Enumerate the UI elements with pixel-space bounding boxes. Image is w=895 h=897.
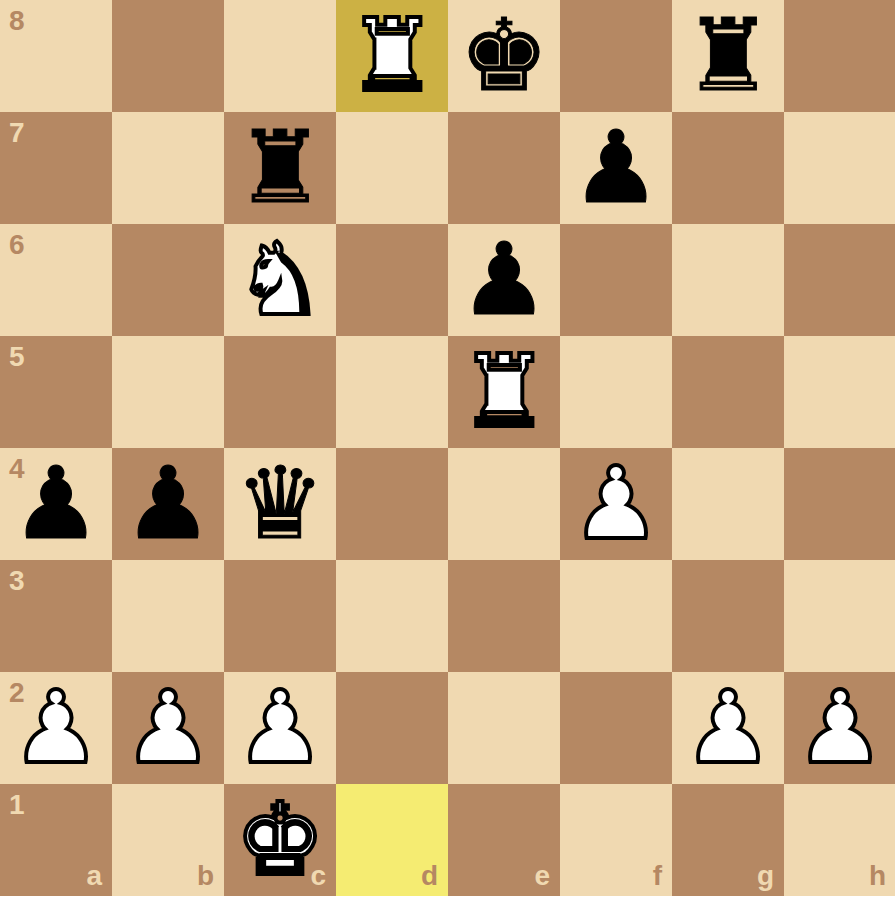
square-f5[interactable] (560, 336, 672, 448)
square-c4[interactable]: ♛ (224, 448, 336, 560)
piece-black-king-e8[interactable]: ♚ (459, 0, 549, 112)
piece-white-rook-d8[interactable]: ♜ (347, 0, 437, 112)
file-label-h: h (869, 862, 886, 890)
square-b3[interactable] (112, 560, 224, 672)
square-g5[interactable] (672, 336, 784, 448)
square-b4[interactable]: ♟ (112, 448, 224, 560)
square-h4[interactable] (784, 448, 895, 560)
square-f8[interactable] (560, 0, 672, 112)
square-h3[interactable] (784, 560, 895, 672)
square-f2[interactable] (560, 672, 672, 784)
square-d6[interactable] (336, 224, 448, 336)
square-e7[interactable] (448, 112, 560, 224)
square-e5[interactable]: ♜ (448, 336, 560, 448)
piece-white-pawn-g2[interactable]: ♟ (683, 672, 773, 784)
square-a6[interactable]: 6 (0, 224, 112, 336)
square-h2[interactable]: ♟ (784, 672, 895, 784)
square-b8[interactable] (112, 0, 224, 112)
square-h6[interactable] (784, 224, 895, 336)
rank-label-3: 3 (9, 567, 25, 595)
file-label-f: f (653, 862, 662, 890)
square-d1[interactable]: d (336, 784, 448, 896)
square-c6[interactable]: ♞ (224, 224, 336, 336)
file-label-e: e (534, 862, 550, 890)
square-c2[interactable]: ♟ (224, 672, 336, 784)
file-label-b: b (197, 862, 214, 890)
file-label-a: a (86, 862, 102, 890)
rank-label-1: 1 (9, 791, 25, 819)
file-label-d: d (421, 862, 438, 890)
square-c1[interactable]: c♚ (224, 784, 336, 896)
piece-white-pawn-b2[interactable]: ♟ (123, 672, 213, 784)
piece-black-rook-g8[interactable]: ♜ (683, 0, 773, 112)
piece-white-rook-e5[interactable]: ♜ (459, 336, 549, 448)
square-e4[interactable] (448, 448, 560, 560)
square-f3[interactable] (560, 560, 672, 672)
square-e3[interactable] (448, 560, 560, 672)
piece-white-pawn-c2[interactable]: ♟ (235, 672, 325, 784)
square-g8[interactable]: ♜ (672, 0, 784, 112)
square-a2[interactable]: 2♟ (0, 672, 112, 784)
square-g7[interactable] (672, 112, 784, 224)
square-d2[interactable] (336, 672, 448, 784)
rank-label-7: 7 (9, 119, 25, 147)
square-g4[interactable] (672, 448, 784, 560)
square-b7[interactable] (112, 112, 224, 224)
square-d4[interactable] (336, 448, 448, 560)
rank-label-5: 5 (9, 343, 25, 371)
piece-black-queen-c4[interactable]: ♛ (235, 448, 325, 560)
square-c7[interactable]: ♜ (224, 112, 336, 224)
square-g2[interactable]: ♟ (672, 672, 784, 784)
square-d5[interactable] (336, 336, 448, 448)
piece-white-king-c1[interactable]: ♚ (235, 784, 325, 896)
square-g1[interactable]: g (672, 784, 784, 896)
square-e2[interactable] (448, 672, 560, 784)
square-c3[interactable] (224, 560, 336, 672)
square-f7[interactable]: ♟ (560, 112, 672, 224)
square-a5[interactable]: 5 (0, 336, 112, 448)
square-g3[interactable] (672, 560, 784, 672)
square-h1[interactable]: h (784, 784, 895, 896)
piece-black-pawn-f7[interactable]: ♟ (571, 112, 661, 224)
piece-black-pawn-e6[interactable]: ♟ (459, 224, 549, 336)
square-b2[interactable]: ♟ (112, 672, 224, 784)
square-c5[interactable] (224, 336, 336, 448)
square-e1[interactable]: e (448, 784, 560, 896)
piece-black-rook-c7[interactable]: ♜ (235, 112, 325, 224)
square-b1[interactable]: b (112, 784, 224, 896)
square-a8[interactable]: 8 (0, 0, 112, 112)
square-d3[interactable] (336, 560, 448, 672)
square-c8[interactable] (224, 0, 336, 112)
square-b6[interactable] (112, 224, 224, 336)
square-a1[interactable]: 1a (0, 784, 112, 896)
piece-white-pawn-h2[interactable]: ♟ (795, 672, 885, 784)
square-a7[interactable]: 7 (0, 112, 112, 224)
square-f1[interactable]: f (560, 784, 672, 896)
piece-black-pawn-b4[interactable]: ♟ (123, 448, 213, 560)
square-f6[interactable] (560, 224, 672, 336)
square-d8[interactable]: ♜ (336, 0, 448, 112)
square-a4[interactable]: 4♟ (0, 448, 112, 560)
square-b5[interactable] (112, 336, 224, 448)
square-f4[interactable]: ♟ (560, 448, 672, 560)
square-e8[interactable]: ♚ (448, 0, 560, 112)
square-h7[interactable] (784, 112, 895, 224)
square-d7[interactable] (336, 112, 448, 224)
piece-white-pawn-f4[interactable]: ♟ (571, 448, 661, 560)
chess-board: 8♜♚♜7♜♟6♞♟5♜4♟♟♛♟32♟♟♟♟♟1abc♚defgh (0, 0, 895, 896)
square-h5[interactable] (784, 336, 895, 448)
rank-label-6: 6 (9, 231, 25, 259)
square-a3[interactable]: 3 (0, 560, 112, 672)
piece-white-knight-c6[interactable]: ♞ (235, 224, 325, 336)
file-label-g: g (757, 862, 774, 890)
rank-label-8: 8 (9, 7, 25, 35)
square-h8[interactable] (784, 0, 895, 112)
piece-black-pawn-a4[interactable]: ♟ (11, 448, 101, 560)
piece-white-pawn-a2[interactable]: ♟ (11, 672, 101, 784)
square-g6[interactable] (672, 224, 784, 336)
square-e6[interactable]: ♟ (448, 224, 560, 336)
